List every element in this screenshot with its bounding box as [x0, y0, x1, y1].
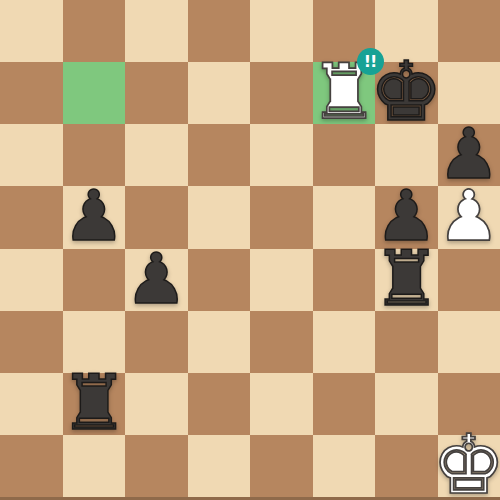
square-f3[interactable] [313, 311, 376, 373]
black-rook[interactable]: ♜ [372, 241, 440, 317]
white-pawn[interactable]: ♟ [437, 181, 500, 251]
square-a5[interactable] [0, 186, 63, 248]
square-b1[interactable] [63, 435, 126, 497]
square-c2[interactable] [125, 373, 188, 435]
square-g2[interactable] [375, 373, 438, 435]
chess-board-stage: ♜♚♟♟♟♟♟♜♜♚ !! [0, 0, 500, 500]
brilliant-move-badge: !! [357, 48, 384, 75]
square-b5[interactable]: ♟ [63, 186, 126, 248]
square-d1[interactable] [188, 435, 251, 497]
square-e8[interactable] [250, 0, 313, 62]
square-g4[interactable]: ♜ [375, 249, 438, 311]
square-e4[interactable] [250, 249, 313, 311]
square-e6[interactable] [250, 124, 313, 186]
square-f6[interactable] [313, 124, 376, 186]
square-d5[interactable] [188, 186, 251, 248]
square-a7[interactable] [0, 62, 63, 124]
black-pawn[interactable]: ♟ [125, 244, 188, 314]
square-e2[interactable] [250, 373, 313, 435]
square-d6[interactable] [188, 124, 251, 186]
black-pawn[interactable]: ♟ [62, 181, 125, 251]
square-f1[interactable] [313, 435, 376, 497]
square-d7[interactable] [188, 62, 251, 124]
chess-board: ♜♚♟♟♟♟♟♜♜♚ [0, 0, 500, 497]
square-e7[interactable] [250, 62, 313, 124]
white-king[interactable]: ♚ [432, 424, 500, 500]
square-f4[interactable] [313, 249, 376, 311]
square-c6[interactable] [125, 124, 188, 186]
square-c8[interactable] [125, 0, 188, 62]
square-h3[interactable] [438, 311, 500, 373]
square-g3[interactable] [375, 311, 438, 373]
brilliant-move-badge-text: !! [364, 54, 377, 70]
square-d2[interactable] [188, 373, 251, 435]
square-a8[interactable] [0, 0, 63, 62]
square-f2[interactable] [313, 373, 376, 435]
square-e3[interactable] [250, 311, 313, 373]
square-e1[interactable] [250, 435, 313, 497]
square-d4[interactable] [188, 249, 251, 311]
square-a3[interactable] [0, 311, 63, 373]
square-b2[interactable]: ♜ [63, 373, 126, 435]
square-c3[interactable] [125, 311, 188, 373]
square-g1[interactable] [375, 435, 438, 497]
square-h8[interactable] [438, 0, 500, 62]
square-b8[interactable] [63, 0, 126, 62]
square-e5[interactable] [250, 186, 313, 248]
square-d8[interactable] [188, 0, 251, 62]
square-f5[interactable] [313, 186, 376, 248]
square-c7[interactable] [125, 62, 188, 124]
square-h4[interactable] [438, 249, 500, 311]
square-h5[interactable]: ♟ [438, 186, 500, 248]
square-c1[interactable] [125, 435, 188, 497]
square-d3[interactable] [188, 311, 251, 373]
square-a6[interactable] [0, 124, 63, 186]
square-a1[interactable] [0, 435, 63, 497]
square-c4[interactable]: ♟ [125, 249, 188, 311]
square-a2[interactable] [0, 373, 63, 435]
square-h1[interactable]: ♚ [438, 435, 500, 497]
square-g7[interactable]: ♚ [375, 62, 438, 124]
black-rook[interactable]: ♜ [60, 365, 128, 441]
square-a4[interactable] [0, 249, 63, 311]
square-b4[interactable] [63, 249, 126, 311]
square-b7[interactable] [63, 62, 126, 124]
